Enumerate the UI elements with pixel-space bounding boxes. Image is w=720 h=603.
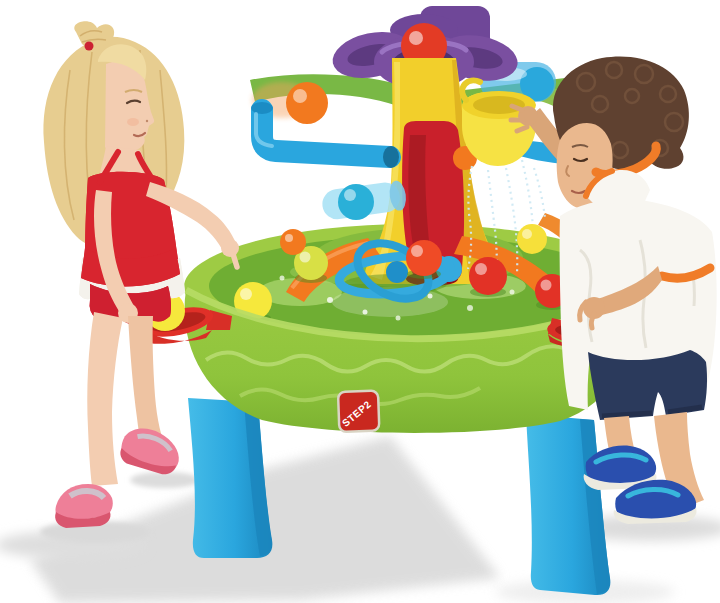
- girl-shoe-near: [55, 484, 113, 528]
- ball-water-center: [406, 240, 442, 279]
- ball-highlight: [285, 234, 293, 242]
- girl-nostril: [146, 120, 148, 122]
- girl-finger: [233, 254, 237, 267]
- girl-shoe-far: [116, 422, 186, 480]
- ball-rim-back-left: [280, 229, 306, 255]
- ball-highlight: [409, 31, 423, 45]
- product-photo: STEP2: [0, 0, 720, 603]
- ball-water-right: [469, 257, 507, 297]
- hair-tie: [85, 42, 94, 51]
- ball-rim-back-right: [517, 224, 547, 254]
- girl-cheek-blush: [127, 118, 139, 126]
- ball-tube-end: [338, 184, 374, 220]
- ball-highlight: [344, 189, 356, 201]
- ball-highlight: [293, 89, 307, 103]
- ball-highlight: [522, 229, 532, 239]
- girl-hand: [221, 239, 239, 257]
- photo-canvas: STEP2: [0, 0, 720, 603]
- ball-left-track: [286, 82, 328, 124]
- girl-near-leg: [87, 312, 123, 486]
- step2-logo: STEP2: [338, 391, 379, 432]
